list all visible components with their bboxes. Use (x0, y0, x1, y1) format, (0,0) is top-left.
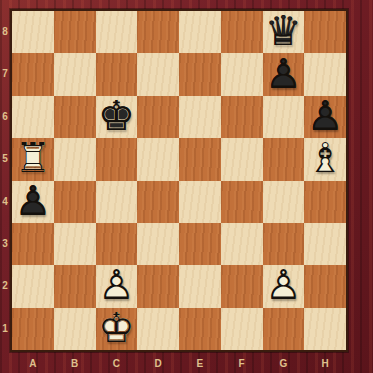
square-c1[interactable]: ♚♔ (96, 308, 138, 350)
white-king-outline-icon: ♔ (98, 307, 135, 348)
white-pawn-outline-icon: ♙ (265, 265, 302, 306)
black-queen-outline-icon: ♕ (265, 11, 302, 52)
rank-label-3: 3 (0, 223, 10, 265)
square-c8[interactable] (96, 11, 138, 53)
rank-label-1: 1 (0, 308, 10, 350)
square-f6[interactable] (221, 96, 263, 138)
square-d3[interactable] (137, 223, 179, 265)
square-b1[interactable] (54, 308, 96, 350)
square-a5[interactable]: ♜♖ (12, 138, 54, 180)
square-g4[interactable] (263, 181, 305, 223)
square-a8[interactable] (12, 11, 54, 53)
square-d6[interactable] (137, 96, 179, 138)
square-f2[interactable] (221, 265, 263, 307)
square-c6[interactable]: ♚♔ (96, 96, 138, 138)
rank-label-4: 4 (0, 181, 10, 223)
square-e3[interactable] (179, 223, 221, 265)
square-a3[interactable] (12, 223, 54, 265)
square-h1[interactable] (304, 308, 346, 350)
square-d1[interactable] (137, 308, 179, 350)
file-label-b: B (54, 354, 96, 373)
square-f5[interactable] (221, 138, 263, 180)
square-g7[interactable]: ♟♙ (263, 53, 305, 95)
square-g8[interactable]: ♛♕ (263, 11, 305, 53)
square-b7[interactable] (54, 53, 96, 95)
square-b3[interactable] (54, 223, 96, 265)
square-e1[interactable] (179, 308, 221, 350)
file-label-h: H (304, 354, 346, 373)
black-pawn-a4[interactable]: ♟♙ (12, 181, 54, 223)
square-f3[interactable] (221, 223, 263, 265)
chess-board: ♛♕♟♙♚♔♟♙♜♖♝♗♟♙♟♙♟♙♚♔ (10, 9, 348, 352)
square-g5[interactable] (263, 138, 305, 180)
square-b8[interactable] (54, 11, 96, 53)
square-b5[interactable] (54, 138, 96, 180)
square-a7[interactable] (12, 53, 54, 95)
square-c7[interactable] (96, 53, 138, 95)
square-f8[interactable] (221, 11, 263, 53)
file-label-e: E (179, 354, 221, 373)
square-g3[interactable] (263, 223, 305, 265)
square-b6[interactable] (54, 96, 96, 138)
square-f1[interactable] (221, 308, 263, 350)
square-b2[interactable] (54, 265, 96, 307)
black-pawn-h6[interactable]: ♟♙ (304, 96, 346, 138)
square-c4[interactable] (96, 181, 138, 223)
square-c3[interactable] (96, 223, 138, 265)
square-f4[interactable] (221, 181, 263, 223)
file-label-f: F (221, 354, 263, 373)
black-king-outline-icon: ♔ (98, 96, 135, 137)
black-king-c6[interactable]: ♚♔ (96, 96, 138, 138)
square-c5[interactable] (96, 138, 138, 180)
rank-label-8: 8 (0, 11, 10, 53)
rank-label-7: 7 (0, 53, 10, 95)
white-bishop-outline-icon: ♗ (307, 138, 344, 179)
square-g1[interactable] (263, 308, 305, 350)
square-e4[interactable] (179, 181, 221, 223)
square-f7[interactable] (221, 53, 263, 95)
white-rook-a5[interactable]: ♜♖ (12, 138, 54, 180)
white-bishop-h5[interactable]: ♝♗ (304, 138, 346, 180)
square-h4[interactable] (304, 181, 346, 223)
square-g2[interactable]: ♟♙ (263, 265, 305, 307)
black-pawn-g7[interactable]: ♟♙ (263, 53, 305, 95)
square-e2[interactable] (179, 265, 221, 307)
white-pawn-g2[interactable]: ♟♙ (263, 265, 305, 307)
white-pawn-outline-icon: ♙ (98, 265, 135, 306)
square-b4[interactable] (54, 181, 96, 223)
square-d2[interactable] (137, 265, 179, 307)
black-pawn-outline-icon: ♙ (307, 96, 344, 137)
file-label-d: D (137, 354, 179, 373)
square-e5[interactable] (179, 138, 221, 180)
square-h5[interactable]: ♝♗ (304, 138, 346, 180)
square-a6[interactable] (12, 96, 54, 138)
file-label-a: A (12, 354, 54, 373)
square-h3[interactable] (304, 223, 346, 265)
chess-board-frame: ♛♕♟♙♚♔♟♙♜♖♝♗♟♙♟♙♟♙♚♔ 87654321 ABCDEFGH (0, 0, 373, 373)
square-c2[interactable]: ♟♙ (96, 265, 138, 307)
square-d5[interactable] (137, 138, 179, 180)
square-e7[interactable] (179, 53, 221, 95)
square-d4[interactable] (137, 181, 179, 223)
black-pawn-outline-icon: ♙ (265, 53, 302, 94)
square-h7[interactable] (304, 53, 346, 95)
square-e6[interactable] (179, 96, 221, 138)
rank-label-5: 5 (0, 138, 10, 180)
square-a1[interactable] (12, 308, 54, 350)
rank-label-2: 2 (0, 265, 10, 307)
rank-label-6: 6 (0, 96, 10, 138)
black-queen-g8[interactable]: ♛♕ (263, 11, 305, 53)
square-a2[interactable] (12, 265, 54, 307)
square-g6[interactable] (263, 96, 305, 138)
black-pawn-outline-icon: ♙ (14, 180, 51, 221)
file-label-c: C (96, 354, 138, 373)
square-d7[interactable] (137, 53, 179, 95)
square-d8[interactable] (137, 11, 179, 53)
square-a4[interactable]: ♟♙ (12, 181, 54, 223)
square-h6[interactable]: ♟♙ (304, 96, 346, 138)
file-label-g: G (263, 354, 305, 373)
white-rook-outline-icon: ♖ (14, 138, 51, 179)
square-h2[interactable] (304, 265, 346, 307)
square-h8[interactable] (304, 11, 346, 53)
square-e8[interactable] (179, 11, 221, 53)
white-pawn-c2[interactable]: ♟♙ (96, 265, 138, 307)
white-king-c1[interactable]: ♚♔ (96, 308, 138, 350)
